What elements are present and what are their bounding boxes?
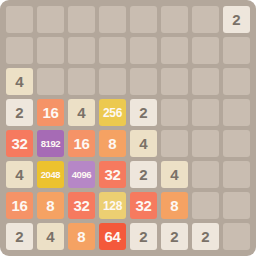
tile-16: 16: [68, 130, 95, 157]
tile-8: 8: [161, 192, 188, 219]
empty-cell: [37, 6, 64, 33]
empty-cell: [99, 37, 126, 64]
empty-cell: [99, 68, 126, 95]
tile-2: 2: [192, 223, 219, 250]
tile-8: 8: [37, 192, 64, 219]
empty-cell: [6, 37, 33, 64]
empty-cell: [161, 99, 188, 126]
empty-cell: [192, 161, 219, 188]
board-2048[interactable]: 2421642562328192168442048409632241683212…: [0, 0, 256, 256]
tile-16: 16: [6, 192, 33, 219]
tile-4096: 4096: [68, 161, 95, 188]
empty-cell: [223, 68, 250, 95]
tile-2: 2: [130, 223, 157, 250]
empty-cell: [223, 192, 250, 219]
tile-2048: 2048: [37, 161, 64, 188]
empty-cell: [68, 6, 95, 33]
tile-32: 32: [68, 192, 95, 219]
empty-cell: [161, 68, 188, 95]
empty-cell: [130, 37, 157, 64]
empty-cell: [161, 6, 188, 33]
empty-cell: [37, 68, 64, 95]
tile-8: 8: [68, 223, 95, 250]
empty-cell: [161, 130, 188, 157]
empty-cell: [192, 192, 219, 219]
tile-2: 2: [161, 223, 188, 250]
empty-cell: [68, 68, 95, 95]
empty-cell: [99, 6, 126, 33]
tile-2: 2: [130, 99, 157, 126]
tile-8: 8: [99, 130, 126, 157]
tile-2: 2: [130, 161, 157, 188]
empty-cell: [192, 37, 219, 64]
tile-32: 32: [130, 192, 157, 219]
empty-cell: [223, 223, 250, 250]
empty-cell: [37, 37, 64, 64]
tile-2: 2: [6, 99, 33, 126]
tile-4: 4: [6, 68, 33, 95]
empty-cell: [68, 37, 95, 64]
tile-4: 4: [6, 161, 33, 188]
empty-cell: [130, 6, 157, 33]
empty-cell: [161, 37, 188, 64]
tile-32: 32: [99, 161, 126, 188]
tile-2: 2: [6, 223, 33, 250]
empty-cell: [223, 37, 250, 64]
tile-4: 4: [68, 99, 95, 126]
empty-cell: [192, 68, 219, 95]
tile-4: 4: [37, 223, 64, 250]
empty-cell: [192, 99, 219, 126]
tile-2: 2: [223, 6, 250, 33]
tile-4: 4: [130, 130, 157, 157]
tile-64: 64: [99, 223, 126, 250]
tile-16: 16: [37, 99, 64, 126]
empty-cell: [192, 130, 219, 157]
tile-32: 32: [6, 130, 33, 157]
empty-cell: [130, 68, 157, 95]
empty-cell: [6, 6, 33, 33]
tile-8192: 8192: [37, 130, 64, 157]
empty-cell: [223, 161, 250, 188]
tile-256: 256: [99, 99, 126, 126]
tile-128: 128: [99, 192, 126, 219]
empty-cell: [192, 6, 219, 33]
tile-4: 4: [161, 161, 188, 188]
empty-cell: [223, 130, 250, 157]
empty-cell: [223, 99, 250, 126]
